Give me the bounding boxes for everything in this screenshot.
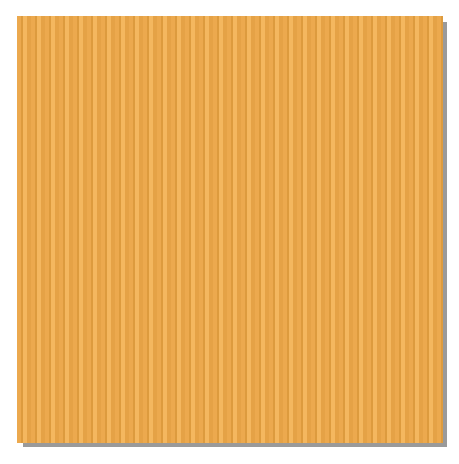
board-grid [17,22,436,444]
go-board-diagram [0,0,459,464]
